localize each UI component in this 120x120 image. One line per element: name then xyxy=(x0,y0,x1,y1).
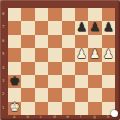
square-d2[interactable] xyxy=(48,88,61,101)
square-h3[interactable] xyxy=(102,75,115,88)
square-h2[interactable] xyxy=(102,88,115,101)
chess-app: ♟♟♟♟♟♟♚♚ 87654321abcdefgh xyxy=(0,0,120,120)
square-e6[interactable] xyxy=(62,35,75,48)
square-e2[interactable] xyxy=(62,88,75,101)
square-b4[interactable] xyxy=(21,62,34,75)
square-e8[interactable] xyxy=(62,8,75,21)
square-d3[interactable] xyxy=(48,75,61,88)
square-g4[interactable] xyxy=(88,62,101,75)
square-d7[interactable] xyxy=(48,21,61,34)
square-e5[interactable] xyxy=(62,48,75,61)
square-d4[interactable] xyxy=(48,62,61,75)
square-b3[interactable] xyxy=(21,75,34,88)
square-f4[interactable] xyxy=(75,62,88,75)
piece-white-king[interactable]: ♚ xyxy=(9,101,20,113)
square-g2[interactable] xyxy=(88,88,101,101)
square-c1[interactable] xyxy=(35,102,48,115)
square-g3[interactable] xyxy=(88,75,101,88)
square-d6[interactable] xyxy=(48,35,61,48)
square-g5[interactable]: ♟ xyxy=(88,48,101,61)
square-a6[interactable] xyxy=(8,35,21,48)
square-d5[interactable] xyxy=(48,48,61,61)
square-a8[interactable] xyxy=(8,8,21,21)
square-e1[interactable] xyxy=(62,102,75,115)
square-b1[interactable] xyxy=(21,102,34,115)
square-a5[interactable] xyxy=(8,48,21,61)
square-g1[interactable] xyxy=(88,102,101,115)
square-b7[interactable] xyxy=(21,21,34,34)
square-c7[interactable] xyxy=(35,21,48,34)
square-h4[interactable] xyxy=(102,62,115,75)
square-h7[interactable]: ♟ xyxy=(102,21,115,34)
square-b5[interactable] xyxy=(21,48,34,61)
square-e3[interactable] xyxy=(62,75,75,88)
white-to-move-indicator xyxy=(111,110,118,117)
square-e4[interactable] xyxy=(62,62,75,75)
square-c2[interactable] xyxy=(35,88,48,101)
square-f3[interactable] xyxy=(75,75,88,88)
piece-white-pawn[interactable]: ♟ xyxy=(103,48,114,60)
square-a3[interactable]: ♚ xyxy=(8,75,21,88)
piece-black-king[interactable]: ♚ xyxy=(9,75,20,87)
piece-black-pawn[interactable]: ♟ xyxy=(90,21,101,33)
square-g7[interactable]: ♟ xyxy=(88,21,101,34)
piece-black-pawn[interactable]: ♟ xyxy=(76,21,87,33)
square-d1[interactable] xyxy=(48,102,61,115)
square-c3[interactable] xyxy=(35,75,48,88)
square-f7[interactable]: ♟ xyxy=(75,21,88,34)
square-d8[interactable] xyxy=(48,8,61,21)
square-c6[interactable] xyxy=(35,35,48,48)
chess-board: ♟♟♟♟♟♟♚♚ xyxy=(8,8,115,115)
square-a1[interactable]: ♚ xyxy=(8,102,21,115)
square-f2[interactable] xyxy=(75,88,88,101)
piece-white-pawn[interactable]: ♟ xyxy=(90,48,101,60)
square-b6[interactable] xyxy=(21,35,34,48)
square-b2[interactable] xyxy=(21,88,34,101)
square-f1[interactable] xyxy=(75,102,88,115)
square-c8[interactable] xyxy=(35,8,48,21)
square-e7[interactable] xyxy=(62,21,75,34)
square-f5[interactable]: ♟ xyxy=(75,48,88,61)
square-c4[interactable] xyxy=(35,62,48,75)
square-h5[interactable]: ♟ xyxy=(102,48,115,61)
square-c5[interactable] xyxy=(35,48,48,61)
square-b8[interactable] xyxy=(21,8,34,21)
square-a7[interactable] xyxy=(8,21,21,34)
piece-white-pawn[interactable]: ♟ xyxy=(76,48,87,60)
piece-black-pawn[interactable]: ♟ xyxy=(103,21,114,33)
